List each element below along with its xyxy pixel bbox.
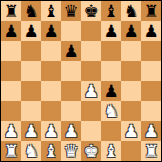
square-h7[interactable]: ♟ <box>141 21 161 41</box>
white-king[interactable]: ♚ <box>83 141 98 161</box>
square-f5[interactable] <box>101 61 121 81</box>
square-a2[interactable]: ♟ <box>1 121 21 141</box>
square-c3[interactable] <box>41 101 61 121</box>
white-pawn[interactable]: ♟ <box>83 81 98 101</box>
square-b6[interactable] <box>21 41 41 61</box>
black-knight[interactable]: ♞ <box>23 1 38 21</box>
square-g4[interactable] <box>121 81 141 101</box>
square-c4[interactable] <box>41 81 61 101</box>
square-b8[interactable]: ♞ <box>21 1 41 21</box>
white-rook[interactable]: ♜ <box>143 141 158 161</box>
square-b3[interactable] <box>21 101 41 121</box>
square-a6[interactable] <box>1 41 21 61</box>
square-g3[interactable] <box>121 101 141 121</box>
black-knight[interactable]: ♞ <box>123 1 138 21</box>
black-bishop[interactable]: ♝ <box>43 1 58 21</box>
black-pawn[interactable]: ♟ <box>3 21 18 41</box>
square-c7[interactable]: ♟ <box>41 21 61 41</box>
square-c1[interactable]: ♝ <box>41 141 61 161</box>
white-knight[interactable]: ♞ <box>23 141 38 161</box>
black-rook[interactable]: ♜ <box>143 1 158 21</box>
square-h4[interactable] <box>141 81 161 101</box>
black-pawn[interactable]: ♟ <box>123 21 138 41</box>
chess-board: ♜♞♝♛♚♝♞♜♟♟♟♟♟♟♟♟♟♞♟♟♟♟♟♟♜♞♝♛♚♝♜ <box>0 0 162 162</box>
square-f6[interactable] <box>101 41 121 61</box>
square-g2[interactable]: ♟ <box>121 121 141 141</box>
square-f1[interactable]: ♝ <box>101 141 121 161</box>
square-e6[interactable] <box>81 41 101 61</box>
white-pawn[interactable]: ♟ <box>3 121 18 141</box>
black-pawn[interactable]: ♟ <box>43 21 58 41</box>
square-c8[interactable]: ♝ <box>41 1 61 21</box>
square-h3[interactable] <box>141 101 161 121</box>
square-g5[interactable] <box>121 61 141 81</box>
square-b5[interactable] <box>21 61 41 81</box>
square-e8[interactable]: ♚ <box>81 1 101 21</box>
square-d8[interactable]: ♛ <box>61 1 81 21</box>
square-g6[interactable] <box>121 41 141 61</box>
square-a3[interactable] <box>1 101 21 121</box>
square-a8[interactable]: ♜ <box>1 1 21 21</box>
black-pawn[interactable]: ♟ <box>103 81 118 101</box>
square-d5[interactable] <box>61 61 81 81</box>
square-e5[interactable] <box>81 61 101 81</box>
square-h8[interactable]: ♜ <box>141 1 161 21</box>
square-d6[interactable]: ♟ <box>61 41 81 61</box>
square-f2[interactable] <box>101 121 121 141</box>
square-b7[interactable]: ♟ <box>21 21 41 41</box>
square-b1[interactable]: ♞ <box>21 141 41 161</box>
square-a7[interactable]: ♟ <box>1 21 21 41</box>
black-rook[interactable]: ♜ <box>3 1 18 21</box>
black-bishop[interactable]: ♝ <box>103 1 118 21</box>
square-b2[interactable]: ♟ <box>21 121 41 141</box>
black-queen[interactable]: ♛ <box>63 1 78 21</box>
square-h6[interactable] <box>141 41 161 61</box>
square-g8[interactable]: ♞ <box>121 1 141 21</box>
square-h2[interactable]: ♟ <box>141 121 161 141</box>
white-bishop[interactable]: ♝ <box>43 141 58 161</box>
square-c5[interactable] <box>41 61 61 81</box>
square-e1[interactable]: ♚ <box>81 141 101 161</box>
square-f7[interactable]: ♟ <box>101 21 121 41</box>
square-e3[interactable] <box>81 101 101 121</box>
square-e7[interactable] <box>81 21 101 41</box>
white-pawn[interactable]: ♟ <box>63 121 78 141</box>
square-d2[interactable]: ♟ <box>61 121 81 141</box>
black-king[interactable]: ♚ <box>83 1 98 21</box>
black-pawn[interactable]: ♟ <box>23 21 38 41</box>
square-f8[interactable]: ♝ <box>101 1 121 21</box>
square-e2[interactable] <box>81 121 101 141</box>
black-pawn[interactable]: ♟ <box>63 41 78 61</box>
square-c6[interactable] <box>41 41 61 61</box>
square-d1[interactable]: ♛ <box>61 141 81 161</box>
square-d7[interactable] <box>61 21 81 41</box>
square-d4[interactable] <box>61 81 81 101</box>
white-pawn[interactable]: ♟ <box>143 121 158 141</box>
white-pawn[interactable]: ♟ <box>23 121 38 141</box>
black-pawn[interactable]: ♟ <box>143 21 158 41</box>
square-d3[interactable] <box>61 101 81 121</box>
square-b4[interactable] <box>21 81 41 101</box>
square-f4[interactable]: ♟ <box>101 81 121 101</box>
square-g1[interactable] <box>121 141 141 161</box>
white-pawn[interactable]: ♟ <box>43 121 58 141</box>
square-f3[interactable]: ♞ <box>101 101 121 121</box>
white-bishop[interactable]: ♝ <box>103 141 118 161</box>
square-h5[interactable] <box>141 61 161 81</box>
black-pawn[interactable]: ♟ <box>103 21 118 41</box>
square-a5[interactable] <box>1 61 21 81</box>
square-e4[interactable]: ♟ <box>81 81 101 101</box>
white-queen[interactable]: ♛ <box>63 141 78 161</box>
white-knight[interactable]: ♞ <box>103 101 118 121</box>
white-pawn[interactable]: ♟ <box>123 121 138 141</box>
square-a1[interactable]: ♜ <box>1 141 21 161</box>
square-c2[interactable]: ♟ <box>41 121 61 141</box>
white-rook[interactable]: ♜ <box>3 141 18 161</box>
square-a4[interactable] <box>1 81 21 101</box>
square-h1[interactable]: ♜ <box>141 141 161 161</box>
square-g7[interactable]: ♟ <box>121 21 141 41</box>
